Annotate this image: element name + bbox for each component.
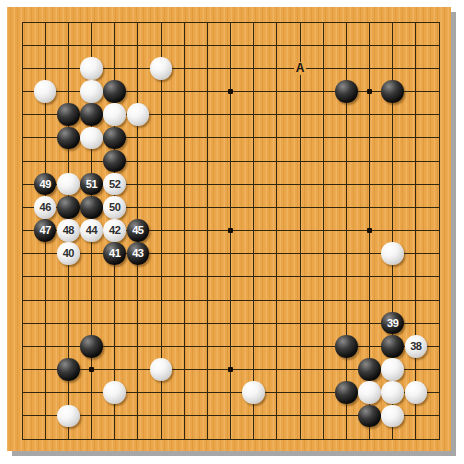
stone-black[interactable]: 51	[80, 173, 103, 196]
stone-black[interactable]	[103, 150, 126, 173]
move-number-label: 50	[109, 202, 120, 213]
stone-white[interactable]: 48	[57, 219, 80, 242]
move-number-label: 38	[410, 341, 421, 352]
stone-black[interactable]	[381, 80, 404, 103]
move-number-label: 41	[109, 248, 120, 259]
stone-white[interactable]	[127, 103, 150, 126]
stone-white[interactable]	[358, 381, 381, 404]
stone-white[interactable]	[103, 103, 126, 126]
move-number-label: 45	[132, 225, 143, 236]
stone-white[interactable]	[34, 80, 57, 103]
stone-white[interactable]: 40	[57, 242, 80, 265]
stone-black[interactable]	[80, 196, 103, 219]
stone-black[interactable]	[381, 335, 404, 358]
grid-line-horizontal	[22, 22, 440, 23]
stone-white[interactable]	[405, 381, 428, 404]
stone-white[interactable]	[150, 358, 173, 381]
stone-white[interactable]: 38	[405, 335, 428, 358]
star-point	[367, 89, 372, 94]
stone-white[interactable]: 52	[103, 173, 126, 196]
grid-line-vertical	[439, 22, 440, 440]
stone-black[interactable]	[57, 358, 80, 381]
stone-black[interactable]	[103, 127, 126, 150]
stone-black[interactable]: 43	[127, 242, 150, 265]
move-number-label: 52	[109, 179, 120, 190]
stone-black[interactable]: 41	[103, 242, 126, 265]
stone-white[interactable]	[103, 381, 126, 404]
star-point	[228, 89, 233, 94]
stone-black[interactable]: 49	[34, 173, 57, 196]
move-number-label: 49	[40, 179, 51, 190]
stone-black[interactable]	[335, 381, 358, 404]
move-number-label: 39	[387, 318, 398, 329]
grid-line-vertical	[207, 22, 208, 440]
stone-white[interactable]	[80, 57, 103, 80]
stone-white[interactable]	[381, 358, 404, 381]
grid-line-horizontal	[22, 45, 440, 46]
stone-white[interactable]	[57, 405, 80, 428]
stone-black[interactable]	[335, 80, 358, 103]
move-number-label: 48	[63, 225, 74, 236]
stone-black[interactable]: 39	[381, 312, 404, 335]
grid-line-vertical	[323, 22, 324, 440]
grid-line-horizontal	[22, 276, 440, 277]
move-number-label: 40	[63, 248, 74, 259]
stone-black[interactable]	[80, 335, 103, 358]
stone-black[interactable]	[335, 335, 358, 358]
move-number-label: 43	[132, 248, 143, 259]
grid-line-horizontal	[22, 253, 440, 254]
stone-white[interactable]: 44	[80, 219, 103, 242]
stone-black[interactable]	[57, 103, 80, 126]
grid-line-vertical	[184, 22, 185, 440]
grid-line-vertical	[253, 22, 254, 440]
move-number-label: 42	[109, 225, 120, 236]
stone-white[interactable]	[80, 80, 103, 103]
star-point	[228, 367, 233, 372]
stone-black[interactable]	[57, 127, 80, 150]
star-point	[89, 367, 94, 372]
stone-white[interactable]	[381, 405, 404, 428]
stone-white[interactable]	[242, 381, 265, 404]
stone-white[interactable]	[57, 173, 80, 196]
stone-white[interactable]	[80, 127, 103, 150]
stone-black[interactable]	[103, 80, 126, 103]
move-number-label: 44	[86, 225, 97, 236]
stone-black[interactable]: 47	[34, 219, 57, 242]
move-number-label: 51	[86, 179, 97, 190]
stone-white[interactable]: 42	[103, 219, 126, 242]
grid-line-vertical	[276, 22, 277, 440]
stone-black[interactable]: 45	[127, 219, 150, 242]
grid-line-horizontal	[22, 300, 440, 301]
grid-line-vertical	[415, 22, 416, 440]
stone-white[interactable]	[381, 242, 404, 265]
stone-black[interactable]	[57, 196, 80, 219]
stone-white[interactable]: 46	[34, 196, 57, 219]
go-board[interactable]: 495152465047484442454041433938A	[7, 7, 451, 451]
move-number-label: 47	[40, 225, 51, 236]
stone-black[interactable]	[80, 103, 103, 126]
grid-line-vertical	[22, 22, 23, 440]
annotation-letter: A	[294, 62, 306, 75]
stone-white[interactable]	[150, 57, 173, 80]
stone-white[interactable]	[381, 381, 404, 404]
grid-line-horizontal	[22, 161, 440, 162]
stone-white[interactable]: 50	[103, 196, 126, 219]
stone-black[interactable]	[358, 358, 381, 381]
grid-line-horizontal	[22, 323, 440, 324]
star-point	[228, 228, 233, 233]
star-point	[367, 228, 372, 233]
grid-line-horizontal	[22, 439, 440, 440]
move-number-label: 46	[40, 202, 51, 213]
grid-line-vertical	[300, 22, 301, 440]
stone-black[interactable]	[358, 405, 381, 428]
